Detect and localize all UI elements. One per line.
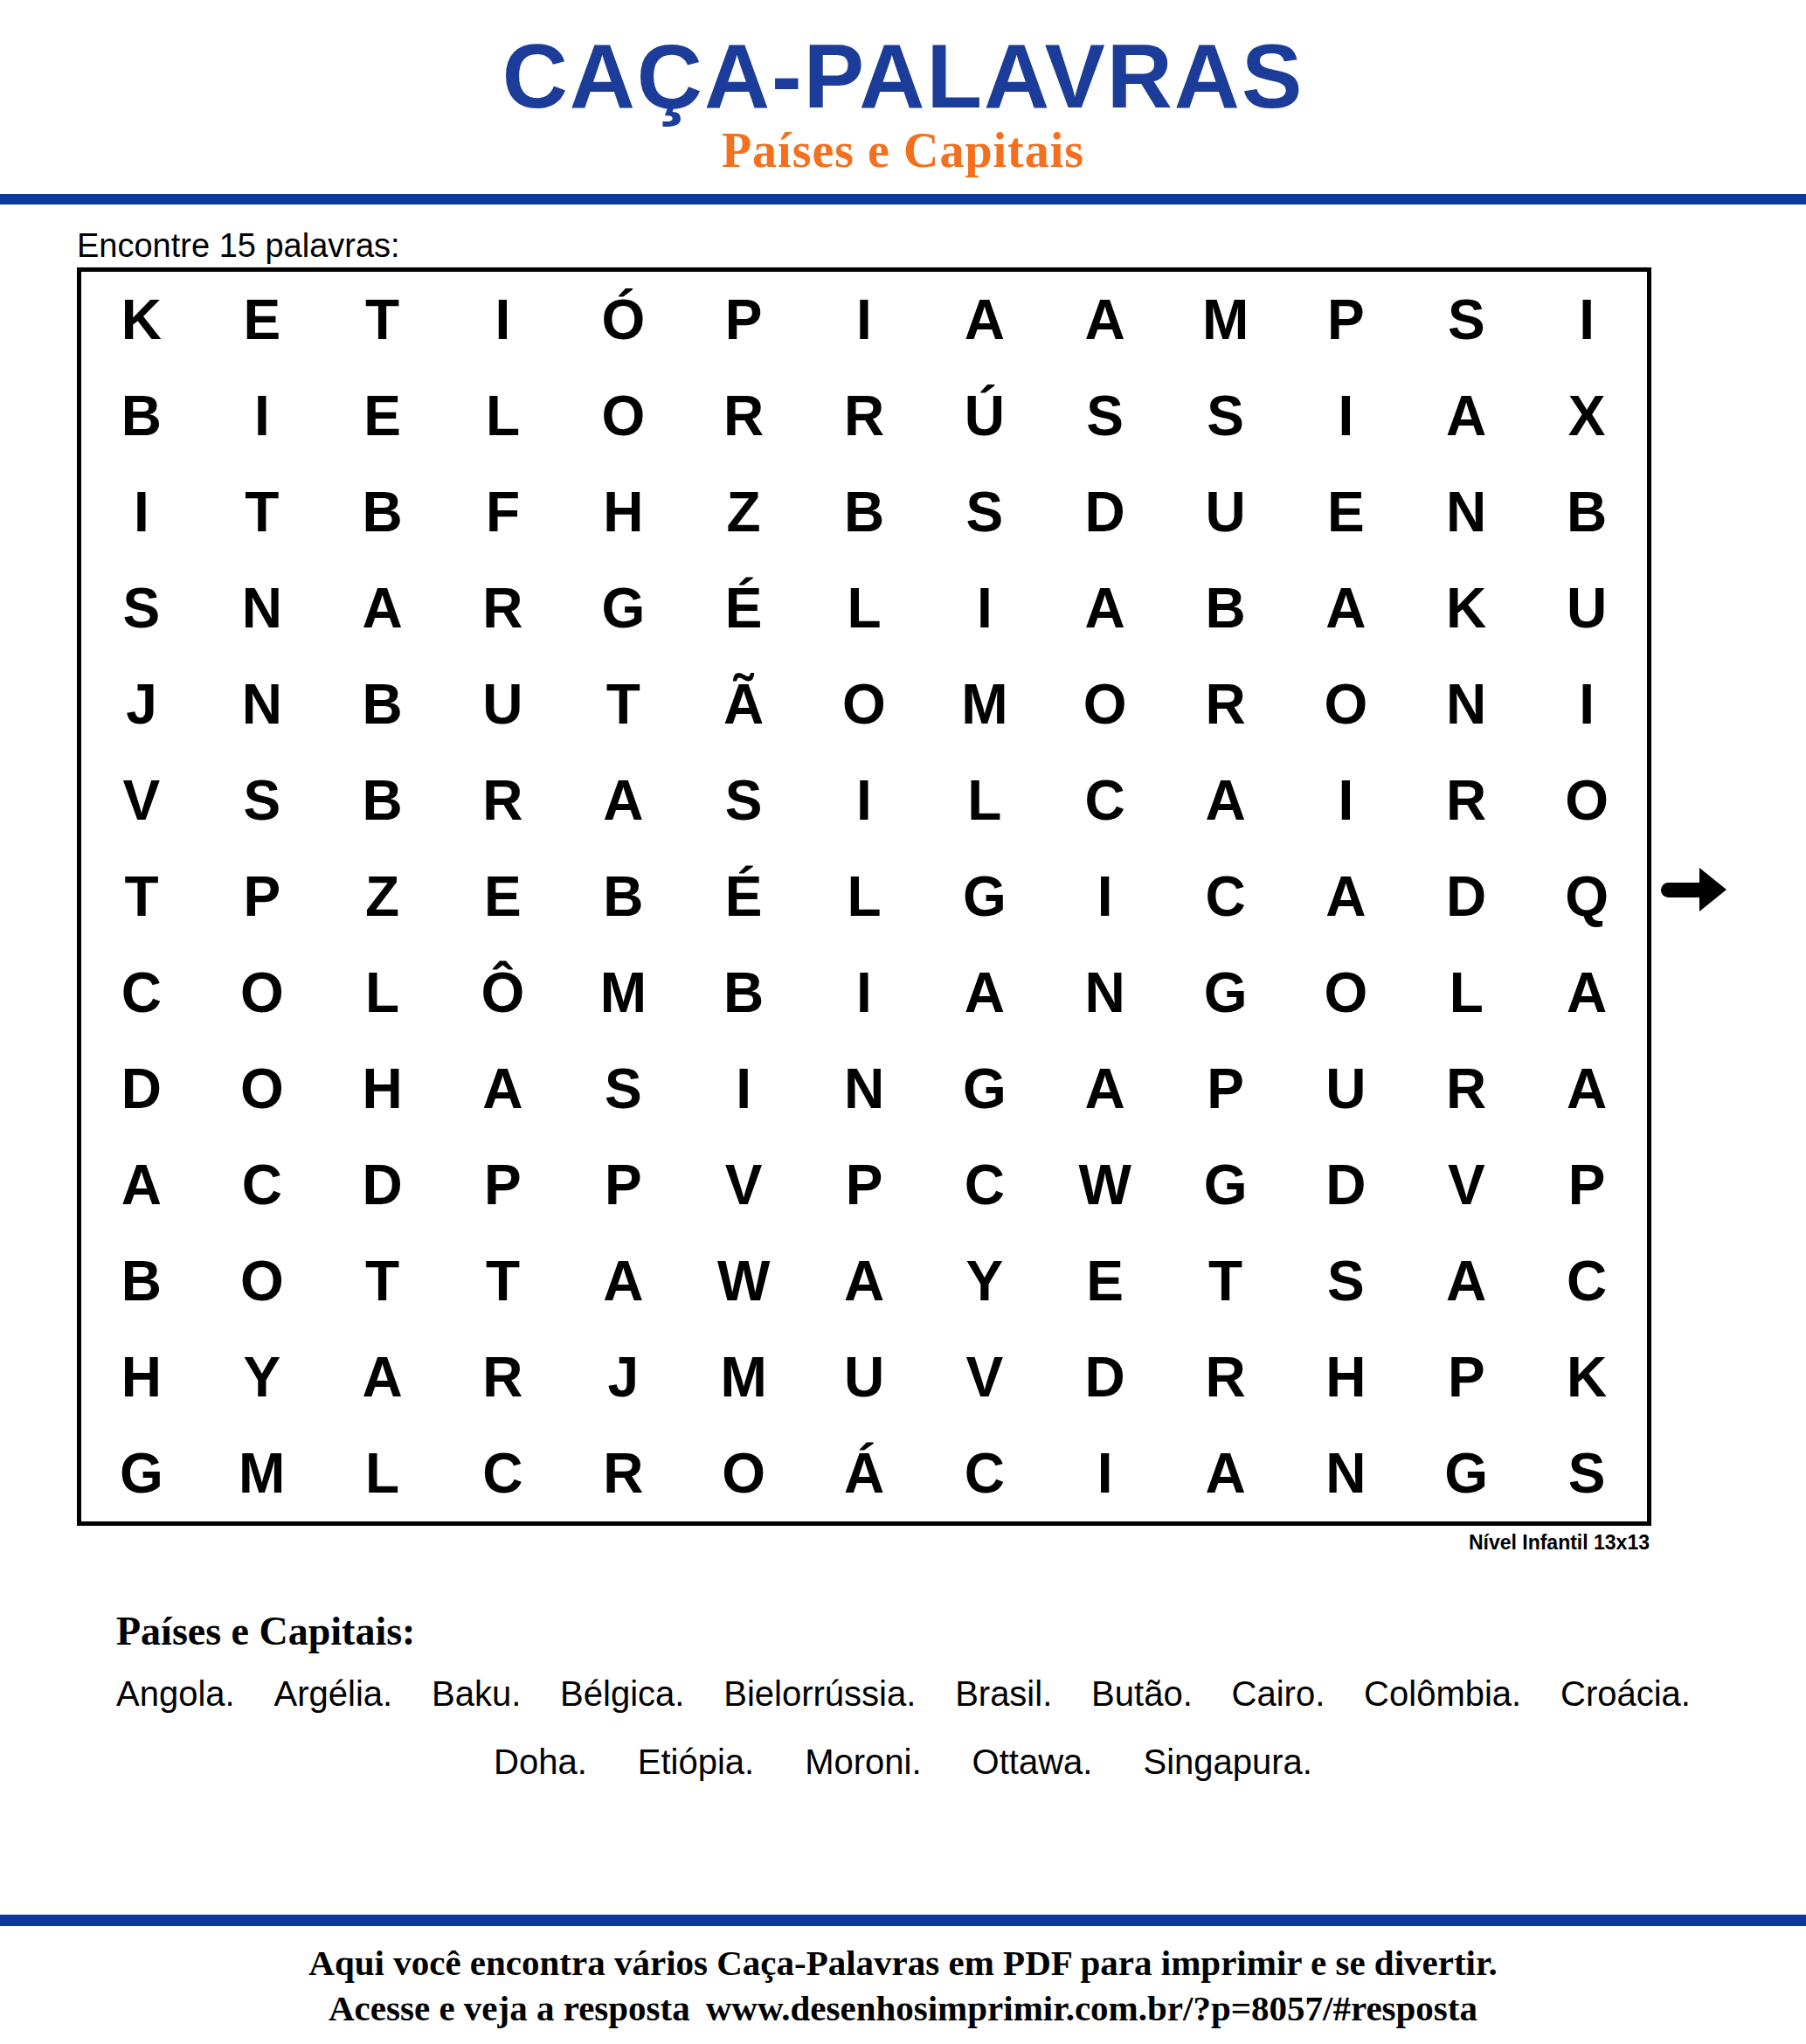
grid-cell-r9c2[interactable]: O: [202, 1041, 322, 1137]
grid-cell-r6c11[interactable]: I: [1285, 752, 1406, 849]
grid-cell-r13c1[interactable]: G: [81, 1425, 202, 1521]
grid-cell-r3c2[interactable]: T: [202, 464, 322, 560]
grid-cell-r11c12[interactable]: A: [1406, 1233, 1526, 1329]
word-list-item: Doha.: [494, 1743, 587, 1782]
grid-cell-r1c13[interactable]: I: [1526, 272, 1647, 368]
grid-cell-r5c13[interactable]: I: [1526, 656, 1647, 752]
grid-cell-r4c2[interactable]: N: [202, 560, 322, 656]
grid-cell-r11c11[interactable]: S: [1285, 1233, 1406, 1329]
grid-cell-r5c6[interactable]: Ã: [683, 656, 804, 752]
grid-cell-r11c6[interactable]: W: [683, 1233, 804, 1329]
word-list-line-2: Doha.Etiópia.Moroni.Ottawa.Singapura.: [0, 1743, 1806, 1782]
grid-cell-r12c4[interactable]: R: [443, 1329, 564, 1425]
grid-cell-r10c3[interactable]: D: [322, 1137, 443, 1233]
grid-cell-r3c9[interactable]: D: [1045, 464, 1166, 560]
grid-cell-r2c12[interactable]: A: [1406, 368, 1526, 464]
page-subtitle: Países e Capitais: [0, 122, 1806, 178]
grid-cell-r4c7[interactable]: L: [804, 560, 924, 656]
grid-cell-r2c5[interactable]: O: [563, 368, 683, 464]
grid-cell-r3c8[interactable]: S: [924, 464, 1045, 560]
grid-cell-r2c6[interactable]: R: [683, 368, 804, 464]
grid-cell-r12c5[interactable]: J: [563, 1329, 683, 1425]
grid-cell-r9c11[interactable]: U: [1285, 1041, 1406, 1137]
word-list-item: Argélia.: [274, 1674, 393, 1714]
word-list-heading: Países e Capitais:: [116, 1608, 415, 1654]
grid-cell-r8c3[interactable]: L: [322, 945, 443, 1041]
grid-cell-r9c5[interactable]: S: [563, 1041, 683, 1137]
grid-cell-r12c13[interactable]: K: [1526, 1329, 1647, 1425]
grid-cell-r1c8[interactable]: A: [924, 272, 1045, 368]
grid-cell-r3c10[interactable]: U: [1166, 464, 1286, 560]
grid-cell-r13c6[interactable]: O: [683, 1425, 804, 1521]
grid-cell-r9c4[interactable]: A: [443, 1041, 564, 1137]
grid-cell-r1c7[interactable]: I: [804, 272, 924, 368]
grid-cell-r10c2[interactable]: C: [202, 1137, 322, 1233]
grid-cell-r6c8[interactable]: L: [924, 752, 1045, 849]
grid-cell-r7c11[interactable]: A: [1285, 849, 1406, 945]
grid-cell-r7c8[interactable]: G: [924, 849, 1045, 945]
grid-cell-r9c7[interactable]: N: [804, 1041, 924, 1137]
grid-cell-r1c3[interactable]: T: [322, 272, 443, 368]
grid-cell-r5c8[interactable]: M: [924, 656, 1045, 752]
grid-cell-r5c7[interactable]: O: [804, 656, 924, 752]
grid-cell-r9c1[interactable]: D: [81, 1041, 202, 1137]
grid-cell-r10c1[interactable]: A: [81, 1137, 202, 1233]
grid-cell-r10c7[interactable]: P: [804, 1137, 924, 1233]
grid-cell-r5c10[interactable]: R: [1166, 656, 1286, 752]
grid-cell-r6c10[interactable]: A: [1166, 752, 1286, 849]
grid-cell-r3c3[interactable]: B: [322, 464, 443, 560]
grid-cell-r3c11[interactable]: E: [1285, 464, 1406, 560]
grid-cell-r10c13[interactable]: P: [1526, 1137, 1647, 1233]
grid-cell-r1c2[interactable]: E: [202, 272, 322, 368]
footer-text-line-1: Aqui você encontra vários Caça-Palavras …: [0, 1942, 1806, 1984]
grid-cell-r9c6[interactable]: I: [683, 1041, 804, 1137]
grid-cell-r2c4[interactable]: L: [443, 368, 564, 464]
grid-cell-r11c2[interactable]: O: [202, 1233, 322, 1329]
grid-cell-r7c5[interactable]: B: [563, 849, 683, 945]
grid-cell-r4c10[interactable]: B: [1166, 560, 1286, 656]
grid-cell-r12c11[interactable]: H: [1285, 1329, 1406, 1425]
grid-cell-r13c10[interactable]: A: [1166, 1425, 1286, 1521]
grid-cell-r3c4[interactable]: F: [443, 464, 564, 560]
instruction-text: Encontre 15 palavras:: [77, 227, 400, 265]
grid-cell-r10c11[interactable]: D: [1285, 1137, 1406, 1233]
grid-cell-r10c12[interactable]: V: [1406, 1137, 1526, 1233]
word-list-item: Ottawa.: [972, 1743, 1093, 1782]
word-list-item: Colômbia.: [1364, 1674, 1521, 1714]
arrow-shaft: [1661, 883, 1699, 897]
grid-cell-r13c9[interactable]: I: [1045, 1425, 1166, 1521]
grid-cell-r6c9[interactable]: C: [1045, 752, 1166, 849]
grid-cell-r6c5[interactable]: A: [563, 752, 683, 849]
word-list-item: Butão.: [1091, 1674, 1193, 1714]
grid-cell-r10c6[interactable]: V: [683, 1137, 804, 1233]
grid-cell-r12c2[interactable]: Y: [202, 1329, 322, 1425]
grid-cell-r3c13[interactable]: B: [1526, 464, 1647, 560]
grid-cell-r9c3[interactable]: H: [322, 1041, 443, 1137]
grid-cell-r12c6[interactable]: M: [683, 1329, 804, 1425]
grid-cell-r8c1[interactable]: C: [81, 945, 202, 1041]
grid-cell-r4c4[interactable]: R: [443, 560, 564, 656]
grid-cell-r1c6[interactable]: P: [683, 272, 804, 368]
grid-cell-r5c9[interactable]: O: [1045, 656, 1166, 752]
grid-cell-r4c5[interactable]: G: [563, 560, 683, 656]
grid-cell-r11c13[interactable]: C: [1526, 1233, 1647, 1329]
grid-cell-r2c13[interactable]: X: [1526, 368, 1647, 464]
grid-cell-r8c12[interactable]: L: [1406, 945, 1526, 1041]
grid-cell-r5c12[interactable]: N: [1406, 656, 1526, 752]
grid-cell-r5c2[interactable]: N: [202, 656, 322, 752]
grid-cell-r2c9[interactable]: S: [1045, 368, 1166, 464]
word-list-item: Bélgica.: [560, 1674, 684, 1714]
grid-cell-r2c3[interactable]: E: [322, 368, 443, 464]
grid-cell-r13c3[interactable]: L: [322, 1425, 443, 1521]
grid-cell-r4c12[interactable]: K: [1406, 560, 1526, 656]
grid-cell-r12c12[interactable]: P: [1406, 1329, 1526, 1425]
word-list-item: Croácia.: [1560, 1674, 1691, 1714]
grid-cell-r10c4[interactable]: P: [443, 1137, 564, 1233]
grid-cell-r2c2[interactable]: I: [202, 368, 322, 464]
grid-cell-r10c10[interactable]: G: [1166, 1137, 1286, 1233]
grid-cell-r2c8[interactable]: Ú: [924, 368, 1045, 464]
grid-cell-r1c11[interactable]: P: [1285, 272, 1406, 368]
grid-cell-r4c9[interactable]: A: [1045, 560, 1166, 656]
grid-cell-r11c3[interactable]: T: [322, 1233, 443, 1329]
grid-cell-r4c11[interactable]: A: [1285, 560, 1406, 656]
grid-cell-r11c7[interactable]: A: [804, 1233, 924, 1329]
grid-cell-r8c10[interactable]: G: [1166, 945, 1286, 1041]
grid-cell-r8c5[interactable]: M: [563, 945, 683, 1041]
level-label: Nível Infantil 13x13: [77, 1531, 1650, 1555]
grid-cell-r6c6[interactable]: S: [683, 752, 804, 849]
grid-cell-r11c4[interactable]: T: [443, 1233, 564, 1329]
grid-cell-r13c4[interactable]: C: [443, 1425, 564, 1521]
grid-cell-r5c3[interactable]: B: [322, 656, 443, 752]
grid-cell-r2c10[interactable]: S: [1166, 368, 1286, 464]
grid-cell-r8c7[interactable]: I: [804, 945, 924, 1041]
grid-cell-r13c7[interactable]: Á: [804, 1425, 924, 1521]
grid-cell-r9c12[interactable]: R: [1406, 1041, 1526, 1137]
grid-cell-r9c13[interactable]: A: [1526, 1041, 1647, 1137]
grid-cell-r7c7[interactable]: L: [804, 849, 924, 945]
grid-cell-r8c8[interactable]: A: [924, 945, 1045, 1041]
grid-cell-r7c12[interactable]: D: [1406, 849, 1526, 945]
header-divider-bar: [0, 194, 1806, 204]
grid-cell-r6c12[interactable]: R: [1406, 752, 1526, 849]
grid-cell-r8c4[interactable]: Ô: [443, 945, 564, 1041]
grid-cell-r1c5[interactable]: Ó: [563, 272, 683, 368]
grid-cell-r6c1[interactable]: V: [81, 752, 202, 849]
grid-cell-r1c9[interactable]: A: [1045, 272, 1166, 368]
grid-cell-r4c3[interactable]: A: [322, 560, 443, 656]
word-list-item: Moroni.: [805, 1743, 921, 1782]
grid-cell-r7c2[interactable]: P: [202, 849, 322, 945]
grid-cell-r12c1[interactable]: H: [81, 1329, 202, 1425]
grid-cell-r12c8[interactable]: V: [924, 1329, 1045, 1425]
word-list-item: Cairo.: [1232, 1674, 1325, 1714]
grid-cell-r8c11[interactable]: O: [1285, 945, 1406, 1041]
grid-cell-r6c4[interactable]: R: [443, 752, 564, 849]
grid-cell-r2c1[interactable]: B: [81, 368, 202, 464]
grid-cell-r6c2[interactable]: S: [202, 752, 322, 849]
grid-cell-r4c6[interactable]: É: [683, 560, 804, 656]
grid-cell-r3c5[interactable]: H: [563, 464, 683, 560]
grid-cell-r6c7[interactable]: I: [804, 752, 924, 849]
grid-cell-r5c5[interactable]: T: [563, 656, 683, 752]
footer-text-prefix: Acesse e veja a resposta: [329, 1987, 690, 2029]
grid-cell-r7c9[interactable]: I: [1045, 849, 1166, 945]
word-list-item: Bielorrússia.: [723, 1674, 916, 1714]
grid-cell-r12c10[interactable]: R: [1166, 1329, 1286, 1425]
footer-divider-bar: [0, 1915, 1806, 1926]
grid-cell-r12c7[interactable]: U: [804, 1329, 924, 1425]
grid-cell-r4c8[interactable]: I: [924, 560, 1045, 656]
grid-cell-r7c6[interactable]: É: [683, 849, 804, 945]
grid-cell-r7c1[interactable]: T: [81, 849, 202, 945]
arrow-head: [1699, 868, 1726, 911]
grid-cell-r1c12[interactable]: S: [1406, 272, 1526, 368]
grid-cell-r13c13[interactable]: S: [1526, 1425, 1647, 1521]
grid-cell-r7c10[interactable]: C: [1166, 849, 1286, 945]
grid-cell-r2c7[interactable]: R: [804, 368, 924, 464]
word-list-line-1: Angola.Argélia.Baku.Bélgica.Bielorrússia…: [116, 1674, 1691, 1714]
grid-cell-r3c1[interactable]: I: [81, 464, 202, 560]
grid-cell-r5c11[interactable]: O: [1285, 656, 1406, 752]
grid-cell-r11c5[interactable]: A: [563, 1233, 683, 1329]
grid-cell-r13c12[interactable]: G: [1406, 1425, 1526, 1521]
grid-cell-r9c10[interactable]: P: [1166, 1041, 1286, 1137]
word-list-item: Etiópia.: [638, 1743, 754, 1782]
grid-cell-r9c8[interactable]: G: [924, 1041, 1045, 1137]
grid-cell-r1c4[interactable]: I: [443, 272, 564, 368]
grid-cell-r3c7[interactable]: B: [804, 464, 924, 560]
grid-cell-r4c1[interactable]: S: [81, 560, 202, 656]
grid-cell-r7c4[interactable]: E: [443, 849, 564, 945]
footer-url: www.desenhosimprimir.com.br/?p=8057/#res…: [706, 1987, 1477, 2029]
word-list-item: Brasil.: [955, 1674, 1052, 1714]
grid-cell-r13c2[interactable]: M: [202, 1425, 322, 1521]
footer-text-line-2: Acesse e veja a resposta www.desenhosimp…: [0, 1987, 1806, 2029]
grid-cell-r11c10[interactable]: T: [1166, 1233, 1286, 1329]
grid-cell-r3c12[interactable]: N: [1406, 464, 1526, 560]
grid-cell-r7c3[interactable]: Z: [322, 849, 443, 945]
grid-cell-r13c11[interactable]: N: [1285, 1425, 1406, 1521]
word-list-item: Angola.: [116, 1674, 235, 1714]
grid-cell-r13c8[interactable]: C: [924, 1425, 1045, 1521]
grid-cell-r6c3[interactable]: B: [322, 752, 443, 849]
grid-cell-r3c6[interactable]: Z: [683, 464, 804, 560]
grid-cell-r8c6[interactable]: B: [683, 945, 804, 1041]
word-list-item: Singapura.: [1143, 1743, 1311, 1782]
grid-cell-r12c9[interactable]: D: [1045, 1329, 1166, 1425]
grid-cell-r4c13[interactable]: U: [1526, 560, 1647, 656]
grid-cell-r10c8[interactable]: C: [924, 1137, 1045, 1233]
grid-cell-r10c9[interactable]: W: [1045, 1137, 1166, 1233]
page: CAÇA-PALAVRAS Países e Capitais Encontre…: [0, 0, 1806, 2044]
grid-cell-r12c3[interactable]: A: [322, 1329, 443, 1425]
grid-cell-r1c1[interactable]: K: [81, 272, 202, 368]
grid-cell-r10c5[interactable]: P: [563, 1137, 683, 1233]
right-arrow-icon: [1661, 867, 1726, 912]
grid-cell-r7c13[interactable]: Q: [1526, 849, 1647, 945]
grid-cell-r5c4[interactable]: U: [443, 656, 564, 752]
grid-cell-r9c9[interactable]: A: [1045, 1041, 1166, 1137]
grid-cell-r8c9[interactable]: N: [1045, 945, 1166, 1041]
grid-cell-r5c1[interactable]: J: [81, 656, 202, 752]
grid-cell-r11c1[interactable]: B: [81, 1233, 202, 1329]
word-list-item: Baku.: [432, 1674, 521, 1714]
grid-cell-r6c13[interactable]: O: [1526, 752, 1647, 849]
grid-cell-r11c8[interactable]: Y: [924, 1233, 1045, 1329]
page-title: CAÇA-PALAVRAS: [0, 24, 1806, 128]
grid-cell-r8c13[interactable]: A: [1526, 945, 1647, 1041]
word-search-board: KETIÓPIAAMPSIBIELORRÚSSIAXITBFHZBSDUENBS…: [77, 267, 1651, 1526]
grid-cell-r11c9[interactable]: E: [1045, 1233, 1166, 1329]
grid-cell-r13c5[interactable]: R: [563, 1425, 683, 1521]
word-search-grid: KETIÓPIAAMPSIBIELORRÚSSIAXITBFHZBSDUENBS…: [81, 272, 1647, 1521]
grid-cell-r1c10[interactable]: M: [1166, 272, 1286, 368]
grid-cell-r8c2[interactable]: O: [202, 945, 322, 1041]
grid-cell-r2c11[interactable]: I: [1285, 368, 1406, 464]
